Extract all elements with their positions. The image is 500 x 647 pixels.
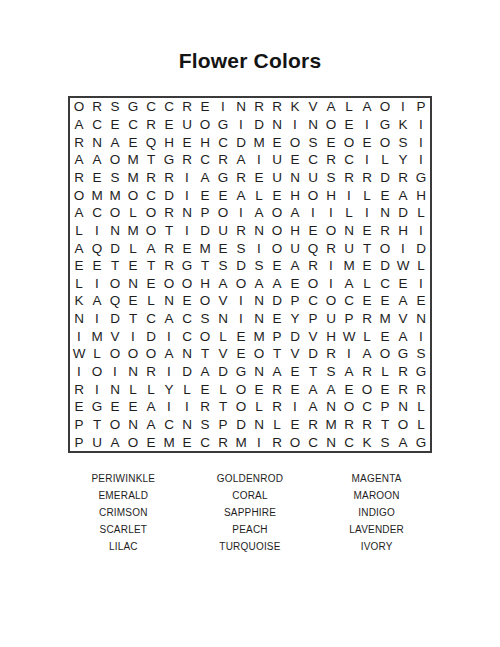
grid-cell-r10c12[interactable]: E [268, 257, 286, 275]
grid-cell-r16c8[interactable]: A [196, 363, 214, 381]
grid-cell-r19c10[interactable]: D [232, 416, 250, 434]
grid-cell-r14c17[interactable]: L [358, 327, 376, 345]
grid-cell-r17c8[interactable]: E [196, 380, 214, 398]
grid-cell-r4c18[interactable]: L [376, 151, 394, 169]
grid-cell-r7c10[interactable]: I [232, 204, 250, 222]
grid-cell-r5c5[interactable]: R [142, 169, 160, 187]
grid-cell-r16c13[interactable]: E [286, 363, 304, 381]
grid-cell-r18c12[interactable]: R [268, 398, 286, 416]
grid-cell-r17c17[interactable]: O [358, 380, 376, 398]
grid-cell-r8c10[interactable]: R [232, 222, 250, 240]
grid-cell-r1c17[interactable]: A [358, 98, 376, 116]
grid-cell-r5c18[interactable]: D [376, 169, 394, 187]
grid-cell-r15c10[interactable]: E [232, 345, 250, 363]
grid-cell-r11c4[interactable]: N [124, 274, 142, 292]
grid-cell-r12c2[interactable]: A [88, 292, 106, 310]
grid-cell-r11c20[interactable]: I [412, 274, 430, 292]
grid-cell-r15c3[interactable]: O [106, 345, 124, 363]
grid-cell-r6c10[interactable]: A [232, 186, 250, 204]
grid-cell-r3c18[interactable]: O [376, 133, 394, 151]
grid-cell-r15c17[interactable]: A [358, 345, 376, 363]
grid-cell-r19c3[interactable]: O [106, 416, 124, 434]
grid-cell-r8c7[interactable]: I [178, 222, 196, 240]
grid-cell-r15c9[interactable]: V [214, 345, 232, 363]
grid-cell-r17c6[interactable]: Y [160, 380, 178, 398]
grid-cell-r5c4[interactable]: M [124, 169, 142, 187]
grid-cell-r4c13[interactable]: E [286, 151, 304, 169]
grid-cell-r20c1[interactable]: P [70, 433, 88, 451]
grid-cell-r11c6[interactable]: O [160, 274, 178, 292]
grid-cell-r1c5[interactable]: C [142, 98, 160, 116]
grid-cell-r14c1[interactable]: I [70, 327, 88, 345]
grid-cell-r8c6[interactable]: T [160, 222, 178, 240]
grid-cell-r13c1[interactable]: N [70, 310, 88, 328]
grid-cell-r18c13[interactable]: I [286, 398, 304, 416]
grid-cell-r8c12[interactable]: O [268, 222, 286, 240]
grid-cell-r2c9[interactable]: G [214, 116, 232, 134]
grid-cell-r7c4[interactable]: L [124, 204, 142, 222]
grid-cell-r8c11[interactable]: N [250, 222, 268, 240]
grid-cell-r14c15[interactable]: H [322, 327, 340, 345]
grid-cell-r13c12[interactable]: E [268, 310, 286, 328]
grid-cell-r17c9[interactable]: L [214, 380, 232, 398]
grid-cell-r16c16[interactable]: A [340, 363, 358, 381]
grid-cell-r16c19[interactable]: R [394, 363, 412, 381]
grid-cell-r9c19[interactable]: I [394, 239, 412, 257]
grid-cell-r5c20[interactable]: G [412, 169, 430, 187]
grid-cell-r11c15[interactable]: I [322, 274, 340, 292]
grid-cell-r13c8[interactable]: S [196, 310, 214, 328]
grid-cell-r13c17[interactable]: R [358, 310, 376, 328]
grid-cell-r15c11[interactable]: O [250, 345, 268, 363]
grid-cell-r11c8[interactable]: H [196, 274, 214, 292]
grid-cell-r19c7[interactable]: N [178, 416, 196, 434]
grid-cell-r6c1[interactable]: O [70, 186, 88, 204]
grid-cell-r8c16[interactable]: N [340, 222, 358, 240]
grid-cell-r19c19[interactable]: O [394, 416, 412, 434]
grid-cell-r7c17[interactable]: I [358, 204, 376, 222]
grid-cell-r18c7[interactable]: I [178, 398, 196, 416]
grid-cell-r9c20[interactable]: D [412, 239, 430, 257]
grid-cell-r2c11[interactable]: D [250, 116, 268, 134]
grid-cell-r10c16[interactable]: M [340, 257, 358, 275]
grid-cell-r5c19[interactable]: R [394, 169, 412, 187]
grid-cell-r18c5[interactable]: A [142, 398, 160, 416]
grid-cell-r1c20[interactable]: P [412, 98, 430, 116]
grid-cell-r12c18[interactable]: E [376, 292, 394, 310]
grid-cell-r20c18[interactable]: S [376, 433, 394, 451]
grid-cell-r9c15[interactable]: R [322, 239, 340, 257]
grid-cell-r12c16[interactable]: C [340, 292, 358, 310]
grid-cell-r8c3[interactable]: N [106, 222, 124, 240]
grid-cell-r9c12[interactable]: O [268, 239, 286, 257]
grid-cell-r7c15[interactable]: I [322, 204, 340, 222]
grid-cell-r7c1[interactable]: A [70, 204, 88, 222]
grid-cell-r14c2[interactable]: M [88, 327, 106, 345]
grid-cell-r4c2[interactable]: A [88, 151, 106, 169]
grid-cell-r4c3[interactable]: O [106, 151, 124, 169]
grid-cell-r14c11[interactable]: M [250, 327, 268, 345]
grid-cell-r19c6[interactable]: C [160, 416, 178, 434]
grid-cell-r10c4[interactable]: E [124, 257, 142, 275]
grid-cell-r2c4[interactable]: C [124, 116, 142, 134]
grid-cell-r6c8[interactable]: E [196, 186, 214, 204]
grid-cell-r8c1[interactable]: L [70, 222, 88, 240]
grid-cell-r12c1[interactable]: K [70, 292, 88, 310]
grid-cell-r13c11[interactable]: N [250, 310, 268, 328]
grid-cell-r2c1[interactable]: A [70, 116, 88, 134]
grid-cell-r1c3[interactable]: S [106, 98, 124, 116]
grid-cell-r8c20[interactable]: I [412, 222, 430, 240]
grid-cell-r4c12[interactable]: U [268, 151, 286, 169]
grid-cell-r2c17[interactable]: I [358, 116, 376, 134]
grid-cell-r1c1[interactable]: O [70, 98, 88, 116]
grid-cell-r17c12[interactable]: R [268, 380, 286, 398]
grid-cell-r19c15[interactable]: M [322, 416, 340, 434]
grid-cell-r3c13[interactable]: O [286, 133, 304, 151]
grid-cell-r10c18[interactable]: D [376, 257, 394, 275]
grid-cell-r11c19[interactable]: E [394, 274, 412, 292]
grid-cell-r19c2[interactable]: T [88, 416, 106, 434]
grid-cell-r10c11[interactable]: S [250, 257, 268, 275]
grid-cell-r18c4[interactable]: E [124, 398, 142, 416]
grid-cell-r16c17[interactable]: R [358, 363, 376, 381]
grid-cell-r14c7[interactable]: C [178, 327, 196, 345]
grid-cell-r7c12[interactable]: O [268, 204, 286, 222]
grid-cell-r6c6[interactable]: D [160, 186, 178, 204]
grid-cell-r1c10[interactable]: N [232, 98, 250, 116]
grid-cell-r19c5[interactable]: A [142, 416, 160, 434]
grid-cell-r10c5[interactable]: T [142, 257, 160, 275]
grid-cell-r16c9[interactable]: D [214, 363, 232, 381]
grid-cell-r3c12[interactable]: E [268, 133, 286, 151]
grid-cell-r14c14[interactable]: V [304, 327, 322, 345]
grid-cell-r3c10[interactable]: D [232, 133, 250, 151]
grid-cell-r9c16[interactable]: U [340, 239, 358, 257]
grid-cell-r15c2[interactable]: L [88, 345, 106, 363]
grid-cell-r12c17[interactable]: E [358, 292, 376, 310]
grid-cell-r4c9[interactable]: R [214, 151, 232, 169]
grid-cell-r5c16[interactable]: R [340, 169, 358, 187]
grid-cell-r8c5[interactable]: O [142, 222, 160, 240]
grid-cell-r5c6[interactable]: R [160, 169, 178, 187]
grid-cell-r6c2[interactable]: M [88, 186, 106, 204]
grid-cell-r9c10[interactable]: S [232, 239, 250, 257]
grid-cell-r19c4[interactable]: N [124, 416, 142, 434]
grid-cell-r15c16[interactable]: I [340, 345, 358, 363]
grid-cell-r15c18[interactable]: O [376, 345, 394, 363]
grid-cell-r3c1[interactable]: R [70, 133, 88, 151]
grid-cell-r6c13[interactable]: H [286, 186, 304, 204]
grid-cell-r8c18[interactable]: R [376, 222, 394, 240]
grid-cell-r6c11[interactable]: L [250, 186, 268, 204]
grid-cell-r18c20[interactable]: L [412, 398, 430, 416]
grid-cell-r7c19[interactable]: D [394, 204, 412, 222]
grid-cell-r19c20[interactable]: L [412, 416, 430, 434]
grid-cell-r10c10[interactable]: D [232, 257, 250, 275]
grid-cell-r12c11[interactable]: N [250, 292, 268, 310]
grid-cell-r8c2[interactable]: I [88, 222, 106, 240]
grid-cell-r20c13[interactable]: O [286, 433, 304, 451]
grid-cell-r11c1[interactable]: L [70, 274, 88, 292]
grid-cell-r15c19[interactable]: G [394, 345, 412, 363]
grid-cell-r18c18[interactable]: P [376, 398, 394, 416]
grid-cell-r5c13[interactable]: N [286, 169, 304, 187]
grid-cell-r1c11[interactable]: R [250, 98, 268, 116]
grid-cell-r14c18[interactable]: E [376, 327, 394, 345]
grid-cell-r3c8[interactable]: H [196, 133, 214, 151]
grid-cell-r5c1[interactable]: R [70, 169, 88, 187]
grid-cell-r11c13[interactable]: E [286, 274, 304, 292]
grid-cell-r11c2[interactable]: I [88, 274, 106, 292]
grid-cell-r1c14[interactable]: V [304, 98, 322, 116]
grid-cell-r3c14[interactable]: S [304, 133, 322, 151]
grid-cell-r3c20[interactable]: I [412, 133, 430, 151]
grid-cell-r5c12[interactable]: U [268, 169, 286, 187]
grid-cell-r4c7[interactable]: R [178, 151, 196, 169]
grid-cell-r10c15[interactable]: I [322, 257, 340, 275]
grid-cell-r2c15[interactable]: O [322, 116, 340, 134]
grid-cell-r7c5[interactable]: O [142, 204, 160, 222]
grid-cell-r12c13[interactable]: P [286, 292, 304, 310]
grid-cell-r14c5[interactable]: D [142, 327, 160, 345]
grid-cell-r20c2[interactable]: U [88, 433, 106, 451]
grid-cell-r2c6[interactable]: E [160, 116, 178, 134]
grid-cell-r17c5[interactable]: L [142, 380, 160, 398]
grid-cell-r4c16[interactable]: C [340, 151, 358, 169]
grid-cell-r1c15[interactable]: A [322, 98, 340, 116]
grid-cell-r16c12[interactable]: A [268, 363, 286, 381]
grid-cell-r2c7[interactable]: U [178, 116, 196, 134]
grid-cell-r12c3[interactable]: Q [106, 292, 124, 310]
grid-cell-r4c20[interactable]: I [412, 151, 430, 169]
grid-cell-r19c13[interactable]: E [286, 416, 304, 434]
grid-cell-r8c4[interactable]: M [124, 222, 142, 240]
grid-cell-r20c7[interactable]: E [178, 433, 196, 451]
grid-cell-r8c13[interactable]: H [286, 222, 304, 240]
grid-cell-r5c11[interactable]: E [250, 169, 268, 187]
grid-cell-r7c7[interactable]: N [178, 204, 196, 222]
grid-cell-r16c1[interactable]: I [70, 363, 88, 381]
grid-cell-r18c17[interactable]: C [358, 398, 376, 416]
grid-cell-r3c7[interactable]: E [178, 133, 196, 151]
grid-cell-r2c5[interactable]: R [142, 116, 160, 134]
grid-cell-r14c9[interactable]: L [214, 327, 232, 345]
grid-cell-r15c4[interactable]: O [124, 345, 142, 363]
grid-cell-r18c16[interactable]: O [340, 398, 358, 416]
grid-cell-r19c18[interactable]: T [376, 416, 394, 434]
grid-cell-r2c10[interactable]: I [232, 116, 250, 134]
grid-cell-r12c4[interactable]: E [124, 292, 142, 310]
grid-cell-r9c1[interactable]: A [70, 239, 88, 257]
grid-cell-r12c5[interactable]: L [142, 292, 160, 310]
grid-cell-r13c18[interactable]: M [376, 310, 394, 328]
grid-cell-r6c5[interactable]: C [142, 186, 160, 204]
grid-cell-r8c14[interactable]: E [304, 222, 322, 240]
grid-cell-r13c13[interactable]: Y [286, 310, 304, 328]
grid-cell-r17c20[interactable]: R [412, 380, 430, 398]
grid-cell-r18c8[interactable]: R [196, 398, 214, 416]
grid-cell-r1c2[interactable]: R [88, 98, 106, 116]
grid-cell-r5c8[interactable]: A [196, 169, 214, 187]
grid-cell-r17c19[interactable]: R [394, 380, 412, 398]
grid-cell-r10c13[interactable]: A [286, 257, 304, 275]
grid-cell-r20c9[interactable]: R [214, 433, 232, 451]
grid-cell-r5c9[interactable]: G [214, 169, 232, 187]
grid-cell-r13c2[interactable]: I [88, 310, 106, 328]
grid-cell-r17c7[interactable]: L [178, 380, 196, 398]
grid-cell-r16c6[interactable]: I [160, 363, 178, 381]
grid-cell-r8c19[interactable]: H [394, 222, 412, 240]
grid-cell-r18c19[interactable]: N [394, 398, 412, 416]
grid-cell-r18c6[interactable]: I [160, 398, 178, 416]
grid-cell-r7c8[interactable]: P [196, 204, 214, 222]
grid-cell-r14c16[interactable]: W [340, 327, 358, 345]
grid-cell-r20c11[interactable]: I [250, 433, 268, 451]
grid-cell-r12c15[interactable]: O [322, 292, 340, 310]
grid-cell-r1c13[interactable]: K [286, 98, 304, 116]
grid-cell-r3c6[interactable]: H [160, 133, 178, 151]
grid-cell-r12c19[interactable]: A [394, 292, 412, 310]
grid-cell-r13c15[interactable]: U [322, 310, 340, 328]
grid-cell-r7c11[interactable]: A [250, 204, 268, 222]
grid-cell-r19c16[interactable]: R [340, 416, 358, 434]
grid-cell-r1c6[interactable]: C [160, 98, 178, 116]
grid-cell-r9c17[interactable]: T [358, 239, 376, 257]
grid-cell-r13c7[interactable]: C [178, 310, 196, 328]
grid-cell-r4c19[interactable]: Y [394, 151, 412, 169]
grid-cell-r20c20[interactable]: G [412, 433, 430, 451]
grid-cell-r16c20[interactable]: G [412, 363, 430, 381]
grid-cell-r6c12[interactable]: E [268, 186, 286, 204]
grid-cell-r7c3[interactable]: O [106, 204, 124, 222]
grid-cell-r17c11[interactable]: E [250, 380, 268, 398]
grid-cell-r16c15[interactable]: S [322, 363, 340, 381]
grid-cell-r6c14[interactable]: O [304, 186, 322, 204]
grid-cell-r17c16[interactable]: E [340, 380, 358, 398]
grid-cell-r9c3[interactable]: D [106, 239, 124, 257]
grid-cell-r20c5[interactable]: E [142, 433, 160, 451]
grid-cell-r12c14[interactable]: C [304, 292, 322, 310]
grid-cell-r11c12[interactable]: A [268, 274, 286, 292]
grid-cell-r5c15[interactable]: S [322, 169, 340, 187]
grid-cell-r16c11[interactable]: N [250, 363, 268, 381]
grid-cell-r18c3[interactable]: E [106, 398, 124, 416]
grid-cell-r9c5[interactable]: A [142, 239, 160, 257]
grid-cell-r19c9[interactable]: P [214, 416, 232, 434]
grid-cell-r13c9[interactable]: N [214, 310, 232, 328]
grid-cell-r19c11[interactable]: N [250, 416, 268, 434]
grid-cell-r18c10[interactable]: O [232, 398, 250, 416]
grid-cell-r11c10[interactable]: O [232, 274, 250, 292]
grid-cell-r11c5[interactable]: E [142, 274, 160, 292]
grid-cell-r18c15[interactable]: N [322, 398, 340, 416]
grid-cell-r15c5[interactable]: O [142, 345, 160, 363]
grid-cell-r9c14[interactable]: Q [304, 239, 322, 257]
grid-cell-r19c1[interactable]: P [70, 416, 88, 434]
grid-cell-r16c7[interactable]: D [178, 363, 196, 381]
grid-cell-r1c18[interactable]: O [376, 98, 394, 116]
grid-cell-r9c13[interactable]: U [286, 239, 304, 257]
grid-cell-r10c3[interactable]: T [106, 257, 124, 275]
grid-cell-r5c3[interactable]: S [106, 169, 124, 187]
grid-cell-r19c17[interactable]: R [358, 416, 376, 434]
grid-cell-r9c11[interactable]: I [250, 239, 268, 257]
grid-cell-r2c13[interactable]: I [286, 116, 304, 134]
grid-cell-r11c17[interactable]: L [358, 274, 376, 292]
grid-cell-r4c17[interactable]: I [358, 151, 376, 169]
grid-cell-r14c19[interactable]: A [394, 327, 412, 345]
grid-cell-r10c8[interactable]: T [196, 257, 214, 275]
grid-cell-r3c15[interactable]: E [322, 133, 340, 151]
grid-cell-r5c2[interactable]: E [88, 169, 106, 187]
grid-cell-r20c12[interactable]: R [268, 433, 286, 451]
grid-cell-r10c19[interactable]: W [394, 257, 412, 275]
grid-cell-r8c15[interactable]: O [322, 222, 340, 240]
grid-cell-r17c10[interactable]: O [232, 380, 250, 398]
grid-cell-r13c16[interactable]: P [340, 310, 358, 328]
grid-cell-r10c20[interactable]: L [412, 257, 430, 275]
grid-cell-r13c10[interactable]: I [232, 310, 250, 328]
grid-cell-r1c8[interactable]: E [196, 98, 214, 116]
grid-cell-r3c11[interactable]: M [250, 133, 268, 151]
grid-cell-r13c14[interactable]: P [304, 310, 322, 328]
grid-cell-r20c19[interactable]: A [394, 433, 412, 451]
grid-cell-r11c7[interactable]: O [178, 274, 196, 292]
grid-cell-r14c8[interactable]: O [196, 327, 214, 345]
grid-cell-r17c4[interactable]: L [124, 380, 142, 398]
grid-cell-r6c20[interactable]: H [412, 186, 430, 204]
grid-cell-r20c8[interactable]: C [196, 433, 214, 451]
grid-cell-r15c13[interactable]: V [286, 345, 304, 363]
grid-cell-r5c7[interactable]: I [178, 169, 196, 187]
grid-cell-r1c4[interactable]: G [124, 98, 142, 116]
grid-cell-r13c19[interactable]: V [394, 310, 412, 328]
grid-cell-r4c4[interactable]: M [124, 151, 142, 169]
grid-cell-r17c1[interactable]: R [70, 380, 88, 398]
grid-cell-r15c6[interactable]: A [160, 345, 178, 363]
grid-cell-r11c18[interactable]: C [376, 274, 394, 292]
grid-cell-r20c10[interactable]: M [232, 433, 250, 451]
grid-cell-r20c3[interactable]: A [106, 433, 124, 451]
grid-cell-r11c16[interactable]: A [340, 274, 358, 292]
grid-cell-r7c9[interactable]: O [214, 204, 232, 222]
grid-cell-r10c6[interactable]: R [160, 257, 178, 275]
grid-cell-r15c15[interactable]: R [322, 345, 340, 363]
grid-cell-r11c9[interactable]: A [214, 274, 232, 292]
grid-cell-r15c1[interactable]: W [70, 345, 88, 363]
grid-cell-r6c4[interactable]: O [124, 186, 142, 204]
grid-cell-r4c8[interactable]: C [196, 151, 214, 169]
grid-cell-r11c3[interactable]: O [106, 274, 124, 292]
grid-cell-r18c14[interactable]: A [304, 398, 322, 416]
grid-cell-r8c8[interactable]: D [196, 222, 214, 240]
grid-cell-r4c1[interactable]: A [70, 151, 88, 169]
grid-cell-r3c2[interactable]: N [88, 133, 106, 151]
grid-cell-r11c11[interactable]: A [250, 274, 268, 292]
grid-cell-r7c18[interactable]: N [376, 204, 394, 222]
grid-cell-r5c10[interactable]: R [232, 169, 250, 187]
grid-cell-r20c15[interactable]: N [322, 433, 340, 451]
grid-cell-r10c9[interactable]: S [214, 257, 232, 275]
grid-cell-r18c9[interactable]: T [214, 398, 232, 416]
grid-cell-r7c6[interactable]: R [160, 204, 178, 222]
grid-cell-r9c4[interactable]: L [124, 239, 142, 257]
grid-cell-r14c10[interactable]: E [232, 327, 250, 345]
grid-cell-r5c14[interactable]: U [304, 169, 322, 187]
grid-cell-r16c18[interactable]: L [376, 363, 394, 381]
grid-cell-r6c9[interactable]: E [214, 186, 232, 204]
